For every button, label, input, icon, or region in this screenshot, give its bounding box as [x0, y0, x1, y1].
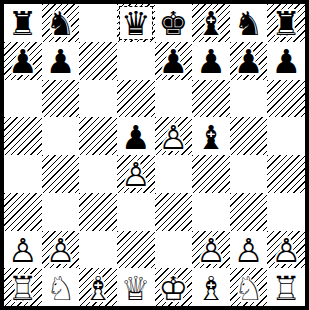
square-d2[interactable] [117, 231, 155, 269]
black-pawn-halo: ♟ [267, 43, 305, 80]
square-b2[interactable]: ♟♙ [42, 231, 80, 269]
square-h5[interactable] [267, 117, 305, 155]
square-g7[interactable]: ♟♟ [230, 42, 268, 80]
square-g2[interactable]: ♟♙ [230, 231, 268, 269]
white-pawn-halo: ♟ [117, 156, 155, 193]
square-a1[interactable]: ♜♖ [4, 268, 42, 306]
square-g4[interactable] [230, 155, 268, 193]
square-c6[interactable] [79, 80, 117, 118]
white-knight-halo: ♞ [230, 269, 268, 306]
black-bishop-piece: ♝ [192, 5, 230, 42]
square-h7[interactable]: ♟♟ [267, 42, 305, 80]
black-rook-piece: ♜ [267, 5, 305, 42]
highlight-window [119, 6, 153, 40]
black-rook-halo: ♜ [267, 5, 305, 42]
black-king-halo: ♚ [155, 5, 193, 42]
square-f8[interactable]: ♝♝ [192, 4, 230, 42]
chess-board: ♜♜♞♞♛♛♚♚♝♝♞♞♜♜♟♟♟♟♟♟♟♟♟♟♟♟♟♟♟♙♝♝♟♙♟♙♟♙♟♙… [0, 0, 309, 310]
square-f7[interactable]: ♟♟ [192, 42, 230, 80]
black-pawn-piece: ♟ [117, 118, 155, 155]
square-f2[interactable]: ♟♙ [192, 231, 230, 269]
square-c3[interactable] [79, 193, 117, 231]
black-rook-piece: ♜ [4, 5, 42, 42]
square-f5[interactable]: ♝♝ [192, 117, 230, 155]
white-pawn-halo: ♟ [42, 232, 80, 269]
square-h2[interactable]: ♟♙ [267, 231, 305, 269]
square-h8[interactable]: ♜♜ [267, 4, 305, 42]
square-h6[interactable] [267, 80, 305, 118]
white-bishop-piece: ♗ [192, 269, 230, 306]
square-g6[interactable] [230, 80, 268, 118]
black-pawn-halo: ♟ [42, 43, 80, 80]
black-pawn-halo: ♟ [192, 43, 230, 80]
black-bishop-piece: ♝ [192, 118, 230, 155]
square-g3[interactable] [230, 193, 268, 231]
square-b4[interactable] [42, 155, 80, 193]
black-bishop-halo: ♝ [192, 5, 230, 42]
black-bishop-halo: ♝ [192, 118, 230, 155]
square-b5[interactable] [42, 117, 80, 155]
black-pawn-piece: ♟ [192, 43, 230, 80]
white-pawn-halo: ♟ [192, 232, 230, 269]
square-d1[interactable]: ♛♕ [117, 268, 155, 306]
black-pawn-halo: ♟ [155, 43, 193, 80]
black-knight-piece: ♞ [42, 5, 80, 42]
square-e4[interactable] [155, 155, 193, 193]
black-knight-halo: ♞ [230, 5, 268, 42]
square-c7[interactable] [79, 42, 117, 80]
white-pawn-piece: ♙ [230, 232, 268, 269]
square-e6[interactable] [155, 80, 193, 118]
white-pawn-halo: ♟ [267, 232, 305, 269]
square-d8[interactable]: ♛♛ [117, 4, 155, 42]
square-h3[interactable] [267, 193, 305, 231]
square-f4[interactable] [192, 155, 230, 193]
square-c4[interactable] [79, 155, 117, 193]
white-queen-halo: ♛ [117, 269, 155, 306]
white-pawn-halo: ♟ [155, 118, 193, 155]
square-f3[interactable] [192, 193, 230, 231]
square-a2[interactable]: ♟♙ [4, 231, 42, 269]
square-e1[interactable]: ♚♔ [155, 268, 193, 306]
square-a3[interactable] [4, 193, 42, 231]
black-rook-halo: ♜ [4, 5, 42, 42]
square-g5[interactable] [230, 117, 268, 155]
square-d7[interactable] [117, 42, 155, 80]
square-b8[interactable]: ♞♞ [42, 4, 80, 42]
white-bishop-piece: ♗ [79, 269, 117, 306]
square-f6[interactable] [192, 80, 230, 118]
square-b1[interactable]: ♞♘ [42, 268, 80, 306]
black-pawn-halo: ♟ [230, 43, 268, 80]
white-king-piece: ♔ [155, 269, 193, 306]
white-rook-piece: ♖ [267, 269, 305, 306]
square-d4[interactable]: ♟♙ [117, 155, 155, 193]
black-pawn-piece: ♟ [4, 43, 42, 80]
white-knight-piece: ♘ [42, 269, 80, 306]
white-bishop-halo: ♝ [192, 269, 230, 306]
square-d6[interactable] [117, 80, 155, 118]
square-a8[interactable]: ♜♜ [4, 4, 42, 42]
square-d3[interactable] [117, 193, 155, 231]
white-pawn-piece: ♙ [42, 232, 80, 269]
white-pawn-piece: ♙ [117, 156, 155, 193]
white-knight-piece: ♘ [230, 269, 268, 306]
square-b7[interactable]: ♟♟ [42, 42, 80, 80]
white-queen-piece: ♕ [117, 269, 155, 306]
square-a6[interactable] [4, 80, 42, 118]
white-bishop-halo: ♝ [79, 269, 117, 306]
square-c5[interactable] [79, 117, 117, 155]
square-h1[interactable]: ♜♖ [267, 268, 305, 306]
square-a4[interactable] [4, 155, 42, 193]
square-g1[interactable]: ♞♘ [230, 268, 268, 306]
black-pawn-piece: ♟ [42, 43, 80, 80]
square-a7[interactable]: ♟♟ [4, 42, 42, 80]
square-a5[interactable] [4, 117, 42, 155]
square-e3[interactable] [155, 193, 193, 231]
square-b3[interactable] [42, 193, 80, 231]
white-pawn-piece: ♙ [4, 232, 42, 269]
white-rook-halo: ♜ [267, 269, 305, 306]
square-b6[interactable] [42, 80, 80, 118]
square-d5[interactable]: ♟♟ [117, 117, 155, 155]
square-c2[interactable] [79, 231, 117, 269]
black-pawn-halo: ♟ [4, 43, 42, 80]
square-c8[interactable] [79, 4, 117, 42]
square-e8[interactable]: ♚♚ [155, 4, 193, 42]
black-pawn-piece: ♟ [155, 43, 193, 80]
black-pawn-piece: ♟ [230, 43, 268, 80]
black-knight-piece: ♞ [230, 5, 268, 42]
white-pawn-piece: ♙ [267, 232, 305, 269]
chess-board-diagram: ♜♜♞♞♛♛♚♚♝♝♞♞♜♜♟♟♟♟♟♟♟♟♟♟♟♟♟♟♟♙♝♝♟♙♟♙♟♙♟♙… [0, 0, 309, 310]
square-c1[interactable]: ♝♗ [79, 268, 117, 306]
square-e5[interactable]: ♟♙ [155, 117, 193, 155]
square-h4[interactable] [267, 155, 305, 193]
white-king-halo: ♚ [155, 269, 193, 306]
square-f1[interactable]: ♝♗ [192, 268, 230, 306]
square-g8[interactable]: ♞♞ [230, 4, 268, 42]
white-knight-halo: ♞ [42, 269, 80, 306]
black-king-piece: ♚ [155, 5, 193, 42]
square-e2[interactable] [155, 231, 193, 269]
white-rook-piece: ♖ [4, 269, 42, 306]
black-knight-halo: ♞ [42, 5, 80, 42]
white-pawn-piece: ♙ [192, 232, 230, 269]
white-rook-halo: ♜ [4, 269, 42, 306]
white-pawn-halo: ♟ [4, 232, 42, 269]
square-e7[interactable]: ♟♟ [155, 42, 193, 80]
white-pawn-piece: ♙ [155, 118, 193, 155]
black-pawn-halo: ♟ [117, 118, 155, 155]
white-pawn-halo: ♟ [230, 232, 268, 269]
black-pawn-piece: ♟ [267, 43, 305, 80]
